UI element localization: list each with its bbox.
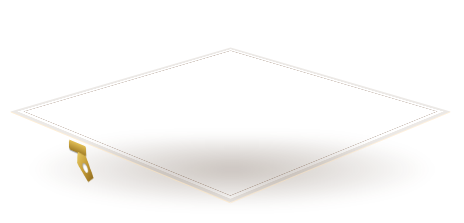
product-photo-scene	[0, 0, 464, 223]
